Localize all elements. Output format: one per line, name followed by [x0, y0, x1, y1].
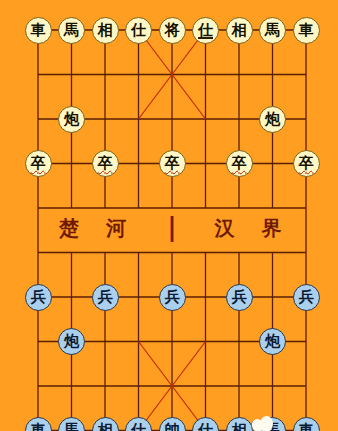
piece-label: 卒 [299, 156, 314, 171]
piece-label: 帥 [165, 423, 180, 431]
piece-blue-soldier[interactable]: 兵 [92, 284, 119, 311]
piece-label: 兵 [31, 290, 46, 305]
piece-label: 馬 [64, 423, 79, 431]
piece-label: 馬 [265, 23, 280, 38]
piece-label: 相 [232, 23, 247, 38]
piece-blue-horse[interactable]: 馬 [58, 417, 85, 431]
piece-label: 相 [98, 423, 113, 431]
piece-label: 馬 [64, 23, 79, 38]
piece-yellow-elephant[interactable]: 相 [226, 17, 253, 44]
xiangqi-board: 楚 河 | 汉 界 車馬相仕将仕相馬車炮炮卒卒卒卒卒兵兵兵兵兵炮炮車馬相仕帥仕相… [0, 0, 338, 431]
piece-label: 兵 [98, 290, 113, 305]
piece-yellow-advisor[interactable]: 仕 [125, 17, 152, 44]
piece-blue-chariot[interactable]: 車 [25, 417, 52, 431]
piece-label: 炮 [265, 334, 280, 349]
piece-blue-advisor[interactable]: 仕 [192, 417, 219, 431]
piece-label: 兵 [165, 290, 180, 305]
piece-blue-advisor[interactable]: 仕 [125, 417, 152, 431]
piece-label: 兵 [232, 290, 247, 305]
piece-blue-soldier[interactable]: 兵 [159, 284, 186, 311]
piece-blue-chariot[interactable]: 車 [293, 417, 320, 431]
piece-blue-soldier[interactable]: 兵 [226, 284, 253, 311]
piece-yellow-soldier[interactable]: 卒 [92, 150, 119, 177]
piece-yellow-advisor[interactable]: 仕 [192, 17, 219, 44]
piece-blue-soldier[interactable]: 兵 [25, 284, 52, 311]
piece-yellow-soldier[interactable]: 卒 [159, 150, 186, 177]
piece-label: 車 [31, 23, 46, 38]
piece-blue-elephant[interactable]: 相 [92, 417, 119, 431]
piece-label: 車 [299, 423, 314, 431]
piece-yellow-elephant[interactable]: 相 [92, 17, 119, 44]
piece-blue-soldier[interactable]: 兵 [293, 284, 320, 311]
piece-label: 仕 [131, 423, 146, 431]
piece-yellow-horse[interactable]: 馬 [259, 17, 286, 44]
piece-label: 仕 [198, 23, 213, 38]
piece-grid: 車馬相仕将仕相馬車炮炮卒卒卒卒卒兵兵兵兵兵炮炮車馬相仕帥仕相馬車 [21, 8, 323, 431]
piece-label: 仕 [198, 423, 213, 431]
piece-yellow-chariot[interactable]: 車 [293, 17, 320, 44]
piece-blue-general[interactable]: 帥 [159, 417, 186, 431]
piece-yellow-cannon[interactable]: 炮 [58, 106, 85, 133]
piece-blue-elephant[interactable]: 相 [226, 417, 253, 431]
mouse-cursor [251, 416, 275, 431]
piece-yellow-soldier[interactable]: 卒 [293, 150, 320, 177]
piece-yellow-soldier[interactable]: 卒 [25, 150, 52, 177]
piece-label: 炮 [64, 112, 79, 127]
piece-label: 車 [299, 23, 314, 38]
piece-yellow-general[interactable]: 将 [159, 17, 186, 44]
piece-label: 炮 [64, 334, 79, 349]
piece-label: 卒 [232, 156, 247, 171]
piece-blue-cannon[interactable]: 炮 [259, 328, 286, 355]
piece-label: 炮 [265, 112, 280, 127]
cursor-shape [260, 416, 273, 431]
piece-label: 卒 [165, 156, 180, 171]
piece-blue-cannon[interactable]: 炮 [58, 328, 85, 355]
piece-label: 兵 [299, 290, 314, 305]
piece-yellow-soldier[interactable]: 卒 [226, 150, 253, 177]
piece-label: 将 [165, 23, 180, 38]
piece-label: 相 [98, 23, 113, 38]
piece-yellow-horse[interactable]: 馬 [58, 17, 85, 44]
piece-label: 卒 [31, 156, 46, 171]
piece-label: 仕 [131, 23, 146, 38]
piece-yellow-cannon[interactable]: 炮 [259, 106, 286, 133]
piece-label: 相 [232, 423, 247, 431]
piece-label: 卒 [98, 156, 113, 171]
piece-yellow-chariot[interactable]: 車 [25, 17, 52, 44]
piece-label: 車 [31, 423, 46, 431]
